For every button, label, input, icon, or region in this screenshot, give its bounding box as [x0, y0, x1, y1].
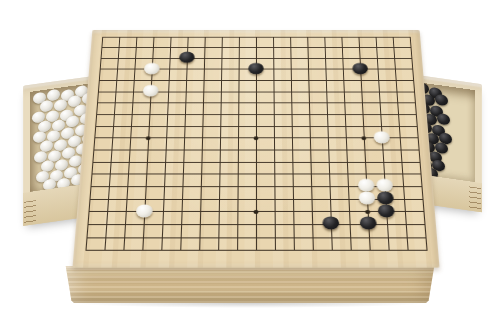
white-stone[interactable]: [136, 204, 153, 217]
star-point: [361, 136, 366, 140]
white-stone[interactable]: [143, 85, 159, 97]
star-point: [254, 136, 259, 140]
left-tray-finger-joints: [24, 200, 36, 224]
black-stone[interactable]: [377, 192, 394, 205]
grid-line-horizontal: [86, 237, 426, 238]
star-point: [365, 210, 370, 214]
black-stone[interactable]: [322, 217, 339, 230]
white-stone[interactable]: [144, 63, 160, 74]
black-stone[interactable]: [378, 204, 395, 217]
board-wood-surface: [72, 30, 439, 268]
white-stone[interactable]: [358, 192, 375, 205]
black-stone[interactable]: [179, 52, 195, 63]
black-tray-stone[interactable]: [435, 94, 448, 107]
grid-line-vertical: [409, 37, 427, 251]
black-stone[interactable]: [248, 63, 263, 74]
black-stone[interactable]: [360, 217, 377, 230]
board-grid: [72, 30, 439, 268]
product-photo-stage: [0, 0, 500, 332]
grid-line-horizontal: [91, 174, 421, 175]
grid-line-horizontal: [92, 162, 420, 163]
white-stone[interactable]: [376, 179, 393, 192]
star-point: [253, 210, 258, 214]
right-tray-finger-joints: [469, 186, 481, 210]
star-point: [146, 136, 151, 140]
grid-line-horizontal: [85, 250, 427, 251]
board-base-front: [62, 266, 438, 303]
grid-line-horizontal: [93, 150, 419, 151]
base-wood-grain: [62, 266, 438, 303]
black-stone[interactable]: [352, 63, 368, 74]
black-tray-stone[interactable]: [437, 113, 450, 126]
white-stone[interactable]: [373, 131, 390, 143]
go-board[interactable]: [72, 30, 439, 268]
white-stone[interactable]: [358, 179, 375, 192]
